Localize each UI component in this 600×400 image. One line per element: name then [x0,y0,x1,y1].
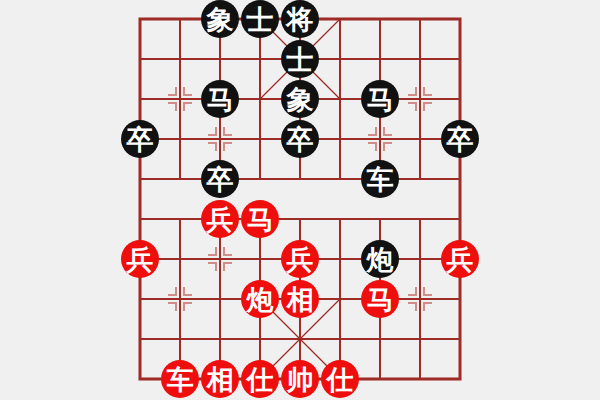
red-soldier[interactable]: 兵 [201,200,239,238]
black-horse[interactable]: 马 [361,80,399,118]
black-advisor[interactable]: 士 [281,40,319,78]
black-general[interactable]: 将 [281,0,319,38]
red-advisor[interactable]: 仕 [321,360,359,398]
black-elephant[interactable]: 象 [281,80,319,118]
black-cannon[interactable]: 炮 [361,240,399,278]
red-chariot[interactable]: 车 [161,360,199,398]
xiangqi-board: 象士将士马象马卒卒卒卒车兵马兵兵炮兵炮相马车相仕帅仕 [0,0,600,400]
red-advisor[interactable]: 仕 [241,360,279,398]
board-intersections[interactable]: 象士将士马象马卒卒卒卒车兵马兵兵炮兵炮相马车相仕帅仕 [120,0,480,399]
red-general[interactable]: 帅 [281,360,319,398]
black-soldier[interactable]: 卒 [201,160,239,198]
red-elephant[interactable]: 相 [281,280,319,318]
red-soldier[interactable]: 兵 [441,240,479,278]
red-soldier[interactable]: 兵 [281,240,319,278]
red-cannon[interactable]: 炮 [241,280,279,318]
black-advisor[interactable]: 士 [241,0,279,38]
black-soldier[interactable]: 卒 [281,120,319,158]
red-horse[interactable]: 马 [361,280,399,318]
black-chariot[interactable]: 车 [361,160,399,198]
black-horse[interactable]: 马 [201,80,239,118]
red-elephant[interactable]: 相 [201,360,239,398]
black-soldier[interactable]: 卒 [441,120,479,158]
red-horse[interactable]: 马 [241,200,279,238]
black-soldier[interactable]: 卒 [121,120,159,158]
black-elephant[interactable]: 象 [201,0,239,38]
red-soldier[interactable]: 兵 [121,240,159,278]
